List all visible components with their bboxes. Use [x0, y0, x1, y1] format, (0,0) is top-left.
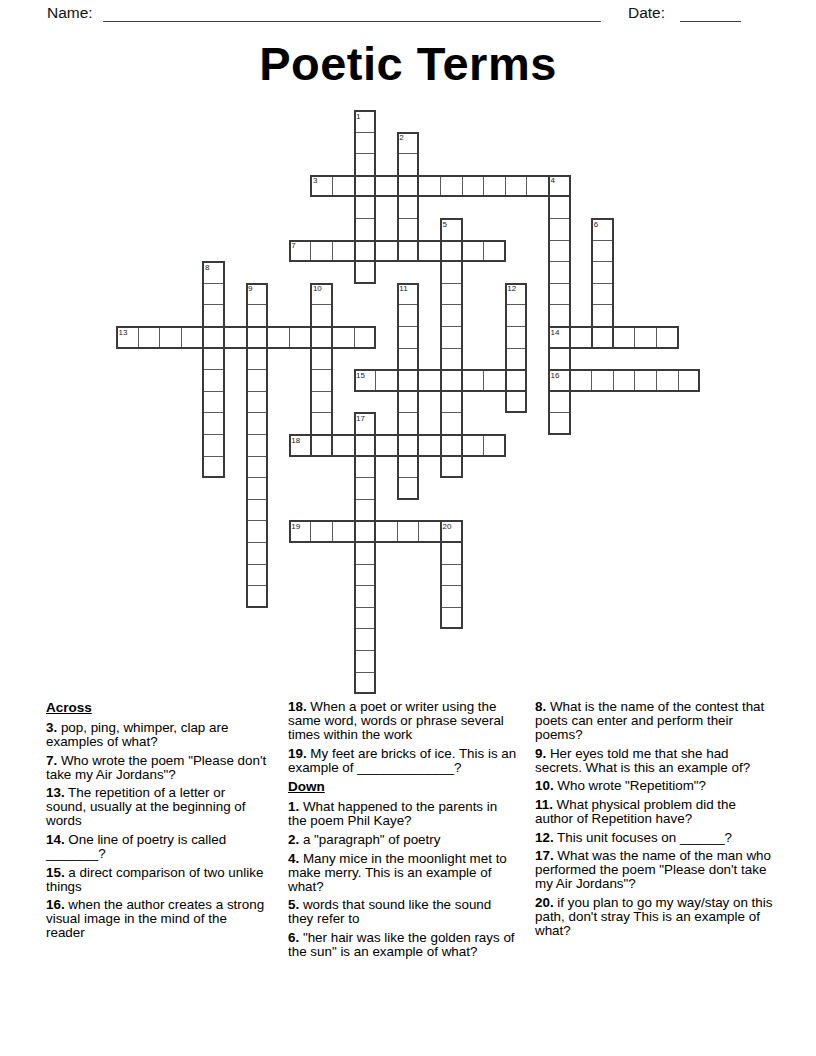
grid-cell[interactable] — [332, 520, 355, 543]
cell-number-9: 9 — [248, 285, 252, 293]
grid-cell[interactable] — [246, 520, 269, 543]
grid-cell[interactable] — [656, 326, 679, 349]
grid-cell[interactable] — [310, 434, 333, 457]
grid-cell[interactable] — [138, 326, 161, 349]
cell-number-1: 1 — [356, 113, 360, 121]
cell-number-2: 2 — [399, 134, 403, 142]
clue-number: 12. — [535, 830, 554, 845]
grid-cell[interactable] — [332, 240, 355, 263]
grid-cell[interactable] — [246, 326, 269, 349]
grid-cell[interactable] — [440, 412, 463, 435]
grid-cell[interactable] — [354, 240, 377, 263]
grid-cell[interactable] — [483, 369, 506, 392]
cell-number-10: 10 — [313, 285, 322, 293]
grid-cell[interactable] — [397, 348, 420, 371]
grid-cell[interactable] — [375, 175, 398, 198]
grid-cell[interactable] — [483, 434, 506, 457]
grid-cell[interactable] — [181, 326, 204, 349]
grid-cell[interactable] — [246, 477, 269, 500]
worksheet-page: Name: Date: Poetic Terms 123456789101112… — [0, 0, 816, 1056]
grid-cell[interactable] — [440, 456, 463, 479]
grid-cell[interactable] — [440, 240, 463, 263]
clue-number: 15. — [46, 865, 65, 880]
clue-11-down: 11. What physical problem did the author… — [535, 798, 775, 826]
grid-cell[interactable] — [246, 304, 269, 327]
grid-cell[interactable] — [548, 240, 571, 263]
clue-1-down: 1. What happened to the parents in the p… — [288, 800, 518, 828]
grid-cell[interactable] — [246, 369, 269, 392]
grid-cell[interactable] — [505, 175, 528, 198]
grid-cell[interactable] — [354, 520, 377, 543]
grid-cell[interactable] — [310, 240, 333, 263]
grid-cell[interactable] — [397, 240, 420, 263]
grid-cell[interactable] — [375, 240, 398, 263]
clue-9-down: 9. Her eyes told me that she had secrets… — [535, 747, 775, 775]
grid-cell[interactable] — [570, 369, 593, 392]
clue-number: 1. — [288, 799, 299, 814]
grid-cell[interactable] — [354, 132, 377, 155]
grid-cell[interactable] — [440, 283, 463, 306]
grid-cell[interactable] — [440, 175, 463, 198]
grid-cell[interactable] — [505, 369, 528, 392]
cell-number-7: 7 — [291, 242, 295, 250]
clue-17-down: 17. What was the name of the man who per… — [535, 849, 775, 891]
grid-cell[interactable] — [548, 283, 571, 306]
grid-cell[interactable] — [310, 369, 333, 392]
grid-cell[interactable] — [548, 348, 571, 371]
grid-cell[interactable] — [354, 196, 377, 219]
grid-cell[interactable] — [548, 261, 571, 284]
grid-cell[interactable] — [397, 175, 420, 198]
grid-cell[interactable] — [202, 283, 225, 306]
grid-cell[interactable] — [440, 564, 463, 587]
grid-cell[interactable] — [397, 520, 420, 543]
grid-cell[interactable] — [354, 326, 377, 349]
cell-number-6: 6 — [594, 221, 598, 229]
clue-18-across: 18. When a poet or writer using the same… — [288, 700, 518, 742]
cell-number-5: 5 — [443, 221, 447, 229]
grid-cell[interactable] — [440, 542, 463, 565]
grid-cell[interactable] — [462, 369, 485, 392]
grid-cell[interactable] — [246, 456, 269, 479]
clue-6-down: 6. "her hair was like the golden rays of… — [288, 931, 518, 959]
grid-cell[interactable] — [202, 326, 225, 349]
cell-number-8: 8 — [205, 264, 209, 272]
grid-cell[interactable] — [202, 434, 225, 457]
grid-cell[interactable] — [354, 477, 377, 500]
grid-cell[interactable] — [224, 326, 247, 349]
clue-8-down: 8. What is the name of the contest that … — [535, 700, 775, 742]
grid-cell[interactable] — [310, 412, 333, 435]
grid-cell[interactable] — [418, 369, 441, 392]
clue-number: 5. — [288, 897, 299, 912]
grid-cell[interactable] — [202, 456, 225, 479]
clue-number: 13. — [46, 785, 65, 800]
grid-cell[interactable] — [613, 369, 636, 392]
grid-cell[interactable] — [397, 412, 420, 435]
cell-number-13: 13 — [119, 329, 128, 337]
grid-cell[interactable] — [548, 196, 571, 219]
cell-number-17: 17 — [356, 415, 365, 423]
clue-number: 19. — [288, 746, 307, 761]
cell-number-11: 11 — [399, 285, 407, 293]
clue-15-across: 15. a direct comparison of two unlike th… — [46, 866, 268, 894]
grid-cell[interactable] — [591, 261, 614, 284]
across-header: Across — [46, 700, 268, 715]
clue-7-across: 7. Who wrote the poem "Please don't take… — [46, 754, 268, 782]
grid-cell[interactable] — [310, 348, 333, 371]
cell-number-20: 20 — [443, 523, 452, 531]
grid-cell[interactable] — [332, 434, 355, 457]
clue-number: 7. — [46, 753, 57, 768]
grid-cell[interactable] — [548, 391, 571, 414]
clue-10-down: 10. Who wrote "Repetitiom"? — [535, 779, 775, 793]
grid-cell[interactable] — [246, 391, 269, 414]
grid-cell[interactable] — [548, 412, 571, 435]
clue-12-down: 12. This unit focuses on ______? — [535, 831, 775, 845]
grid-cell[interactable] — [246, 542, 269, 565]
clue-14-across: 14. One line of poetry is called _______… — [46, 833, 268, 861]
clue-number: 4. — [288, 851, 299, 866]
grid-cell[interactable] — [418, 240, 441, 263]
grid-cell[interactable] — [418, 520, 441, 543]
grid-cell[interactable] — [440, 304, 463, 327]
grid-cell[interactable] — [397, 304, 420, 327]
cell-number-3: 3 — [313, 177, 317, 185]
grid-cell[interactable] — [397, 218, 420, 241]
grid-cell[interactable] — [505, 348, 528, 371]
grid-cell[interactable] — [202, 369, 225, 392]
cell-number-16: 16 — [551, 372, 560, 380]
cell-number-15: 15 — [356, 372, 365, 380]
grid-cell[interactable] — [310, 304, 333, 327]
grid-cell[interactable] — [397, 196, 420, 219]
grid-cell[interactable] — [678, 369, 701, 392]
grid-cell[interactable] — [397, 477, 420, 500]
grid-cell[interactable] — [548, 218, 571, 241]
clue-20-down: 20. if you plan to go my way/stay on thi… — [535, 896, 775, 938]
grid-cell[interactable] — [246, 412, 269, 435]
clue-number: 3. — [46, 720, 57, 735]
grid-cell[interactable] — [354, 542, 377, 565]
cell-number-14: 14 — [551, 329, 560, 337]
grid-cell[interactable] — [418, 434, 441, 457]
clue-number: 6. — [288, 930, 299, 945]
clue-19-across: 19. My feet are bricks of ice. This is a… — [288, 747, 518, 775]
grid-cell[interactable] — [375, 434, 398, 457]
grid-cell[interactable] — [397, 391, 420, 414]
grid-cell[interactable] — [354, 456, 377, 479]
grid-cell[interactable] — [440, 348, 463, 371]
grid-cell[interactable] — [548, 304, 571, 327]
clue-column-1: Across3. pop, ping, whimper, clap are ex… — [46, 700, 268, 945]
grid-cell[interactable] — [526, 175, 549, 198]
clue-column-2: 18. When a poet or writer using the same… — [288, 700, 518, 963]
grid-cell[interactable] — [246, 564, 269, 587]
grid-cell[interactable] — [375, 369, 398, 392]
grid-cell[interactable] — [505, 326, 528, 349]
grid-cell[interactable] — [159, 326, 182, 349]
grid-cell[interactable] — [440, 607, 463, 630]
grid-cell[interactable] — [354, 153, 377, 176]
clue-4-down: 4. Many mice in the moonlight met to mak… — [288, 852, 518, 894]
grid-cell[interactable] — [267, 326, 290, 349]
grid-cell[interactable] — [656, 369, 679, 392]
grid-cell[interactable] — [397, 153, 420, 176]
grid-cell[interactable] — [634, 369, 657, 392]
grid-cell[interactable] — [483, 175, 506, 198]
clue-number: 11. — [535, 797, 553, 812]
grid-cell[interactable] — [332, 175, 355, 198]
grid-cell[interactable] — [354, 672, 377, 695]
clue-2-down: 2. a "paragraph" of poetry — [288, 833, 518, 847]
crossword-board: 1234567891011121314151617181920 — [0, 0, 816, 700]
grid-cell[interactable] — [440, 391, 463, 414]
grid-cell[interactable] — [202, 348, 225, 371]
grid-cell[interactable] — [591, 326, 614, 349]
clue-number: 20. — [535, 895, 554, 910]
clue-number: 17. — [535, 848, 554, 863]
cell-number-4: 4 — [551, 177, 555, 185]
grid-cell[interactable] — [354, 650, 377, 673]
grid-cell[interactable] — [202, 304, 225, 327]
grid-cell[interactable] — [462, 434, 485, 457]
clue-number: 16. — [46, 897, 65, 912]
grid-cell[interactable] — [246, 499, 269, 522]
grid-cell[interactable] — [440, 434, 463, 457]
grid-cell[interactable] — [354, 607, 377, 630]
clue-number: 18. — [288, 699, 307, 714]
grid-cell[interactable] — [202, 391, 225, 414]
grid-cell[interactable] — [354, 175, 377, 198]
grid-cell[interactable] — [354, 434, 377, 457]
clue-5-down: 5. words that sound like the sound they … — [288, 898, 518, 926]
grid-cell[interactable] — [332, 326, 355, 349]
grid-cell[interactable] — [246, 348, 269, 371]
grid-cell[interactable] — [310, 391, 333, 414]
clue-number: 2. — [288, 832, 299, 847]
grid-cell[interactable] — [289, 326, 312, 349]
grid-cell[interactable] — [375, 520, 398, 543]
grid-cell[interactable] — [354, 499, 377, 522]
grid-cell[interactable] — [440, 369, 463, 392]
grid-cell[interactable] — [202, 412, 225, 435]
grid-cell[interactable] — [591, 283, 614, 306]
cell-number-12: 12 — [507, 285, 516, 293]
grid-cell[interactable] — [354, 261, 377, 284]
clue-13-across: 13. The repetition of a letter or sound,… — [46, 786, 268, 828]
grid-cell[interactable] — [440, 261, 463, 284]
grid-cell[interactable] — [483, 240, 506, 263]
grid-cell[interactable] — [246, 585, 269, 608]
grid-cell[interactable] — [591, 240, 614, 263]
grid-cell[interactable] — [310, 326, 333, 349]
clue-column-3: 8. What is the name of the contest that … — [535, 700, 775, 942]
grid-cell[interactable] — [397, 326, 420, 349]
grid-cell[interactable] — [634, 326, 657, 349]
grid-cell[interactable] — [397, 434, 420, 457]
clue-16-across: 16. when the author creates a strong vis… — [46, 898, 268, 940]
grid-cell[interactable] — [354, 564, 377, 587]
clue-number: 8. — [535, 699, 546, 714]
grid-cell[interactable] — [613, 326, 636, 349]
grid-cell[interactable] — [397, 456, 420, 479]
grid-cell[interactable] — [440, 585, 463, 608]
grid-cell[interactable] — [505, 304, 528, 327]
grid-cell[interactable] — [397, 369, 420, 392]
grid-cell[interactable] — [591, 369, 614, 392]
cell-number-19: 19 — [291, 523, 300, 531]
grid-cell[interactable] — [246, 434, 269, 457]
clue-3-across: 3. pop, ping, whimper, clap are examples… — [46, 721, 268, 749]
grid-cell[interactable] — [505, 391, 528, 414]
clue-number: 10. — [535, 778, 554, 793]
grid-cell[interactable] — [354, 218, 377, 241]
grid-cell[interactable] — [462, 240, 485, 263]
clue-number: 9. — [535, 746, 546, 761]
grid-cell[interactable] — [354, 628, 377, 651]
cell-number-18: 18 — [291, 437, 300, 445]
down-header: Down — [288, 779, 518, 794]
grid-cell[interactable] — [354, 585, 377, 608]
grid-cell[interactable] — [591, 304, 614, 327]
grid-cell[interactable] — [418, 175, 441, 198]
grid-cell[interactable] — [462, 175, 485, 198]
clue-number: 14. — [46, 832, 65, 847]
grid-cell[interactable] — [440, 326, 463, 349]
grid-cell[interactable] — [310, 520, 333, 543]
grid-cell[interactable] — [570, 326, 593, 349]
